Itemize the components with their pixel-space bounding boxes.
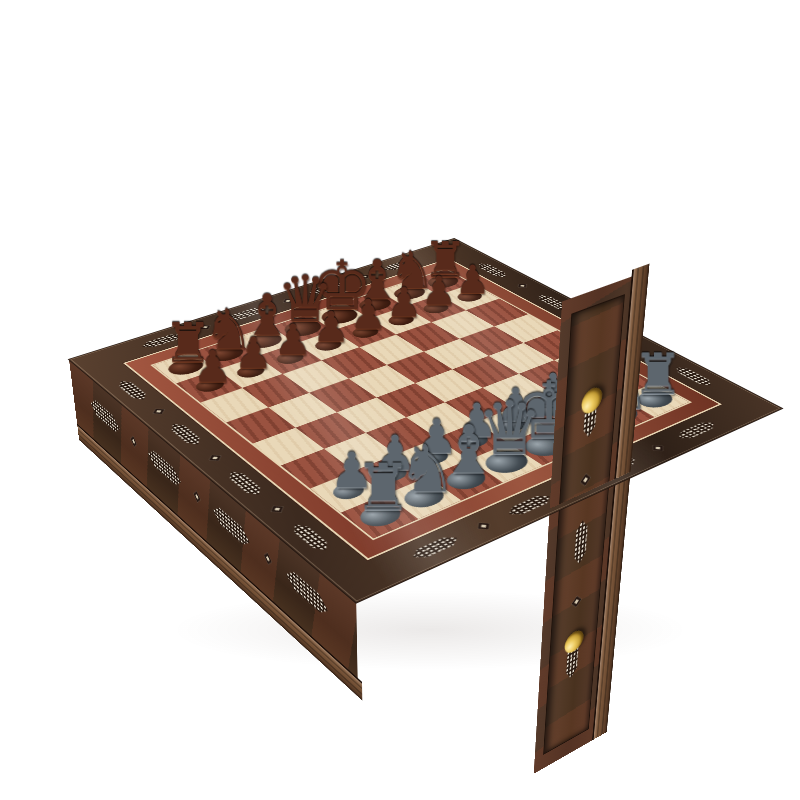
pearl-diamond [208, 455, 220, 461]
pearl-diamond [580, 473, 591, 485]
product-photo-scene: ♜♞♝♛♚♝♞♜♟♟♟♟♟♟♟♟♟♟♟♟♟♟♟♟♜♞♝♛♚♝♞♜ [0, 0, 800, 800]
pearl-diamond [518, 284, 527, 288]
pearl-diamond [152, 409, 164, 414]
pearl-diamond [131, 435, 137, 446]
pearl-diamond [478, 522, 490, 529]
silver-rook-glyph: ♜ [336, 457, 430, 519]
pearl-diamond [360, 274, 369, 278]
pearl-diamond [270, 506, 283, 513]
pearl-medallion [573, 518, 590, 567]
pearl-diamond [282, 299, 292, 303]
pearl-diamond [264, 552, 272, 564]
pearl-medallion [212, 500, 250, 553]
copper-pawn-glyph: ♟ [171, 346, 253, 388]
pearl-diamond [652, 445, 662, 451]
pearl-medallion [166, 421, 206, 447]
pearl-diamond [200, 325, 210, 329]
pearl-medallion [223, 469, 266, 498]
pearl-medallion [287, 521, 334, 553]
pearl-diamond [571, 596, 581, 607]
box-top-walnut-border: ♜♞♝♛♚♝♞♜♟♟♟♟♟♟♟♟♟♟♟♟♟♟♟♟♜♞♝♛♚♝♞♜ [69, 238, 782, 602]
pearl-diamond [193, 490, 200, 502]
pearl-medallion [89, 394, 120, 439]
pearl-medallion [114, 379, 151, 402]
pearl-medallion [673, 419, 720, 441]
